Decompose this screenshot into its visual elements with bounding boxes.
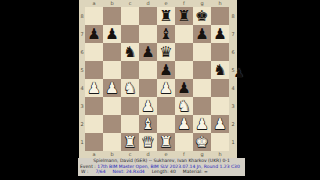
black-q-e6: ♛	[157, 43, 175, 61]
coord-label-a: a	[85, 0, 103, 7]
chess-board: ♜♜♚♟♟♝♟♟♞♟♛♟♞♟♟♞♟♟♟♞♝♟♟♟♜♛♜♚	[85, 7, 229, 151]
stats-token-0: W :	[81, 169, 88, 174]
square-e3	[157, 97, 175, 115]
black-p-d6: ♟	[139, 43, 157, 61]
square-c2	[121, 115, 139, 133]
coord-label-1: 1	[230, 133, 236, 151]
square-h7: ♟	[211, 25, 229, 43]
square-g3	[193, 97, 211, 115]
square-f1	[175, 133, 193, 151]
file-labels-bottom: abcdefgh	[85, 151, 229, 158]
square-c7	[121, 25, 139, 43]
square-d5	[139, 61, 157, 79]
event-label: Event :	[80, 164, 96, 169]
square-a8	[85, 7, 103, 25]
coord-label-g: g	[193, 0, 211, 7]
white-p-d3: ♟	[139, 97, 157, 115]
white-p-e4: ♟	[157, 79, 175, 97]
square-g5	[193, 61, 211, 79]
square-c8	[121, 7, 139, 25]
square-g4	[193, 79, 211, 97]
square-c5	[121, 61, 139, 79]
stats-token-2: Next: 24.Rxd4	[113, 169, 145, 174]
square-d3: ♟	[139, 97, 157, 115]
coord-label-a: a	[85, 151, 103, 158]
square-d7	[139, 25, 157, 43]
square-b3	[103, 97, 121, 115]
white-n-c4: ♞	[121, 79, 139, 97]
coord-label-e: e	[157, 0, 175, 7]
square-d8	[139, 7, 157, 25]
square-b5	[103, 61, 121, 79]
black-n-h5: ♞	[211, 61, 229, 79]
white-p-h2: ♟	[211, 115, 229, 133]
square-f4: ♟	[175, 79, 193, 97]
square-e6: ♛	[157, 43, 175, 61]
captured-pawn-indicator: ♟	[233, 64, 245, 82]
black-p-b7: ♟	[103, 25, 121, 43]
square-c6: ♞	[121, 43, 139, 61]
square-a4: ♟	[85, 79, 103, 97]
square-g6	[193, 43, 211, 61]
coord-label-f: f	[175, 151, 193, 158]
square-h8	[211, 7, 229, 25]
square-e5: ♟	[157, 61, 175, 79]
coord-label-7: 7	[230, 25, 236, 43]
square-b8	[103, 7, 121, 25]
coord-label-h: h	[211, 0, 229, 7]
square-f3: ♞	[175, 97, 193, 115]
square-d4	[139, 79, 157, 97]
square-e4: ♟	[157, 79, 175, 97]
square-a7: ♟	[85, 25, 103, 43]
square-e8: ♜	[157, 7, 175, 25]
black-k-g8: ♚	[193, 7, 211, 25]
stats-token-3: Length: 40	[152, 169, 176, 174]
stats-token-4: Material: =	[183, 169, 208, 174]
coord-label-3: 3	[230, 97, 236, 115]
square-a5	[85, 61, 103, 79]
square-b1	[103, 133, 121, 151]
stats-token-1: 7/64	[95, 169, 105, 174]
square-d1: ♛	[139, 133, 157, 151]
coord-label-b: b	[103, 0, 121, 7]
square-a1	[85, 133, 103, 151]
coord-label-d: d	[139, 0, 157, 7]
square-a6	[85, 43, 103, 61]
coord-label-c: c	[121, 0, 139, 7]
square-c4: ♞	[121, 79, 139, 97]
white-p-a4: ♟	[85, 79, 103, 97]
black-p-h7: ♟	[211, 25, 229, 43]
square-e1: ♜	[157, 133, 175, 151]
square-h3	[211, 97, 229, 115]
square-c1: ♜	[121, 133, 139, 151]
square-h1	[211, 133, 229, 151]
square-f7	[175, 25, 193, 43]
white-b-d2: ♝	[139, 115, 157, 133]
square-g8: ♚	[193, 7, 211, 25]
coord-label-e: e	[157, 151, 175, 158]
stats-line: W :7/64Next: 24.Rxd4Length: 40Material: …	[78, 169, 245, 175]
coord-label-f: f	[175, 0, 193, 7]
black-r-f8: ♜	[175, 7, 193, 25]
square-f8: ♜	[175, 7, 193, 25]
square-b7: ♟	[103, 25, 121, 43]
square-h2: ♟	[211, 115, 229, 133]
square-b4: ♟	[103, 79, 121, 97]
black-p-e5: ♟	[157, 61, 175, 79]
square-b2	[103, 115, 121, 133]
black-p-a7: ♟	[85, 25, 103, 43]
square-h6	[211, 43, 229, 61]
square-f5	[175, 61, 193, 79]
square-h5: ♞	[211, 61, 229, 79]
event-value: 17th BIM Master Open, BIM SLV 2023.07.14…	[97, 164, 240, 169]
square-f2: ♟	[175, 115, 193, 133]
coord-label-g: g	[193, 151, 211, 158]
square-c3	[121, 97, 139, 115]
caption-panel: Spielmann, David (GER) -- Sukharev, Ivan…	[78, 158, 245, 176]
square-f6	[175, 43, 193, 61]
white-r-e1: ♜	[157, 133, 175, 151]
black-b-e7: ♝	[157, 25, 175, 43]
square-d6: ♟	[139, 43, 157, 61]
black-r-e8: ♜	[157, 7, 175, 25]
white-r-c1: ♜	[121, 133, 139, 151]
video-frame[interactable]: abcdefgh abcdefgh 87654321 87654321 ♜♜♚♟…	[0, 0, 320, 180]
black-n-c6: ♞	[121, 43, 139, 61]
black-p-g7: ♟	[193, 25, 211, 43]
white-k-g1: ♚	[193, 133, 211, 151]
black-p-f4: ♟	[175, 79, 193, 97]
white-p-b4: ♟	[103, 79, 121, 97]
square-b6	[103, 43, 121, 61]
white-p-f2: ♟	[175, 115, 193, 133]
coord-label-c: c	[121, 151, 139, 158]
square-d2: ♝	[139, 115, 157, 133]
file-labels-top: abcdefgh	[85, 0, 229, 7]
coord-label-h: h	[211, 151, 229, 158]
coord-label-6: 6	[230, 43, 236, 61]
coord-label-8: 8	[230, 7, 236, 25]
square-h4	[211, 79, 229, 97]
square-e2	[157, 115, 175, 133]
white-n-f3: ♞	[175, 97, 193, 115]
coord-label-d: d	[139, 151, 157, 158]
white-p-g2: ♟	[193, 115, 211, 133]
square-g7: ♟	[193, 25, 211, 43]
coord-label-2: 2	[230, 115, 236, 133]
square-g1: ♚	[193, 133, 211, 151]
square-g2: ♟	[193, 115, 211, 133]
coord-label-b: b	[103, 151, 121, 158]
white-q-d1: ♛	[139, 133, 157, 151]
square-e7: ♝	[157, 25, 175, 43]
square-a2	[85, 115, 103, 133]
square-a3	[85, 97, 103, 115]
